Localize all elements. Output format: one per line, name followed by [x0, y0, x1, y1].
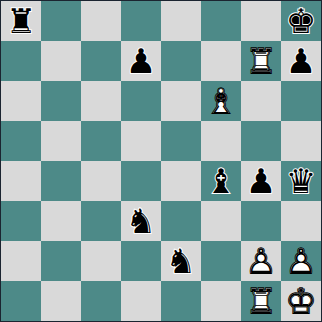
square-h3[interactable]: [281, 201, 321, 241]
square-d4[interactable]: [121, 161, 161, 201]
square-f7[interactable]: [201, 41, 241, 81]
square-e7[interactable]: [161, 41, 201, 81]
square-h8[interactable]: ♚♚: [281, 1, 321, 41]
square-g1[interactable]: ♜♜♖: [241, 281, 281, 321]
square-h1[interactable]: ♚♚♔: [281, 281, 321, 321]
square-g4[interactable]: ♟♟: [241, 161, 281, 201]
square-a5[interactable]: [1, 121, 41, 161]
square-e6[interactable]: [161, 81, 201, 121]
square-a4[interactable]: [1, 161, 41, 201]
square-h2[interactable]: ♟♟♙: [281, 241, 321, 281]
square-d8[interactable]: [121, 1, 161, 41]
square-d6[interactable]: [121, 81, 161, 121]
white-king[interactable]: ♚♚♔: [281, 281, 321, 321]
square-f5[interactable]: [201, 121, 241, 161]
square-a2[interactable]: [1, 241, 41, 281]
chess-board-frame: ♜♜♚♚♟♟♜♜♖♟♟♝♝♗♝♝♟♟♛♛♞♞♞♞♟♟♙♟♟♙♜♜♖♚♚♔: [0, 0, 322, 322]
white-bishop[interactable]: ♝♝♗: [201, 81, 241, 121]
black-pawn[interactable]: ♟♟: [121, 41, 161, 81]
square-a3[interactable]: [1, 201, 41, 241]
white-pawn[interactable]: ♟♟♙: [281, 241, 321, 281]
white-rook[interactable]: ♜♜♖: [241, 281, 281, 321]
square-b1[interactable]: [41, 281, 81, 321]
square-f2[interactable]: [201, 241, 241, 281]
square-d5[interactable]: [121, 121, 161, 161]
black-queen[interactable]: ♛♛: [281, 161, 321, 201]
square-g8[interactable]: [241, 1, 281, 41]
chess-board: ♜♜♚♚♟♟♜♜♖♟♟♝♝♗♝♝♟♟♛♛♞♞♞♞♟♟♙♟♟♙♜♜♖♚♚♔: [1, 1, 321, 321]
square-e4[interactable]: [161, 161, 201, 201]
black-bishop[interactable]: ♝♝: [201, 161, 241, 201]
square-h7[interactable]: ♟♟: [281, 41, 321, 81]
black-pawn[interactable]: ♟♟: [281, 41, 321, 81]
square-b7[interactable]: [41, 41, 81, 81]
square-c1[interactable]: [81, 281, 121, 321]
square-f4[interactable]: ♝♝: [201, 161, 241, 201]
square-d2[interactable]: [121, 241, 161, 281]
square-h6[interactable]: [281, 81, 321, 121]
square-g5[interactable]: [241, 121, 281, 161]
square-a1[interactable]: [1, 281, 41, 321]
square-b8[interactable]: [41, 1, 81, 41]
square-g2[interactable]: ♟♟♙: [241, 241, 281, 281]
square-b3[interactable]: [41, 201, 81, 241]
square-c8[interactable]: [81, 1, 121, 41]
square-c2[interactable]: [81, 241, 121, 281]
square-h5[interactable]: [281, 121, 321, 161]
square-b2[interactable]: [41, 241, 81, 281]
white-rook[interactable]: ♜♜♖: [241, 41, 281, 81]
square-e5[interactable]: [161, 121, 201, 161]
square-g3[interactable]: [241, 201, 281, 241]
black-rook[interactable]: ♜♜: [1, 1, 41, 41]
black-knight[interactable]: ♞♞: [121, 201, 161, 241]
square-d7[interactable]: ♟♟: [121, 41, 161, 81]
square-g6[interactable]: [241, 81, 281, 121]
square-c7[interactable]: [81, 41, 121, 81]
white-pawn[interactable]: ♟♟♙: [241, 241, 281, 281]
square-e1[interactable]: [161, 281, 201, 321]
square-f1[interactable]: [201, 281, 241, 321]
square-c6[interactable]: [81, 81, 121, 121]
square-a7[interactable]: [1, 41, 41, 81]
black-king[interactable]: ♚♚: [281, 1, 321, 41]
square-f3[interactable]: [201, 201, 241, 241]
square-d1[interactable]: [121, 281, 161, 321]
square-c5[interactable]: [81, 121, 121, 161]
black-pawn[interactable]: ♟♟: [241, 161, 281, 201]
square-e2[interactable]: ♞♞: [161, 241, 201, 281]
square-b6[interactable]: [41, 81, 81, 121]
black-knight[interactable]: ♞♞: [161, 241, 201, 281]
square-b5[interactable]: [41, 121, 81, 161]
square-c3[interactable]: [81, 201, 121, 241]
square-e3[interactable]: [161, 201, 201, 241]
square-a8[interactable]: ♜♜: [1, 1, 41, 41]
square-h4[interactable]: ♛♛: [281, 161, 321, 201]
square-c4[interactable]: [81, 161, 121, 201]
square-b4[interactable]: [41, 161, 81, 201]
square-a6[interactable]: [1, 81, 41, 121]
square-e8[interactable]: [161, 1, 201, 41]
square-f8[interactable]: [201, 1, 241, 41]
square-f6[interactable]: ♝♝♗: [201, 81, 241, 121]
square-d3[interactable]: ♞♞: [121, 201, 161, 241]
square-g7[interactable]: ♜♜♖: [241, 41, 281, 81]
